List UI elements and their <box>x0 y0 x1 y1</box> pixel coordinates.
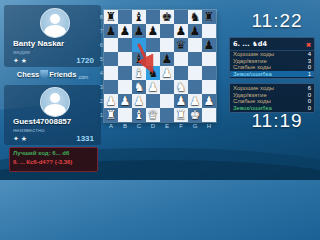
square-h1[interactable] <box>202 108 216 122</box>
logo-text-right: Friends <box>49 70 76 79</box>
last-move-header: 6. ... ♞d4 ✖ <box>230 39 314 51</box>
square-f2[interactable]: ♟ <box>174 94 188 108</box>
square-c1[interactable]: ♝ <box>132 108 146 122</box>
square-b7[interactable]: ♟ <box>118 24 132 38</box>
chessfriends-logo[interactable]: Chess Friends .com <box>4 68 101 81</box>
piece-black-knight[interactable]: ♞ <box>188 10 202 24</box>
square-g1[interactable]: ♚ <box>188 108 202 122</box>
best-move-panel: Лучший ход: 6... d6 6. ... Кc6-d4?? (-3.… <box>9 147 98 172</box>
piece-black-pawn[interactable]: ♟ <box>146 24 160 38</box>
piece-black-king[interactable]: ♚ <box>160 10 174 24</box>
square-d6[interactable] <box>146 38 160 52</box>
square-d3[interactable]: ♟ <box>146 80 160 94</box>
file-label: A <box>104 123 118 129</box>
square-a1[interactable]: ♜ <box>104 108 118 122</box>
player-rating-top: 1720 <box>76 56 94 65</box>
square-h8[interactable]: ♜ <box>202 10 216 24</box>
file-label: C <box>132 123 146 129</box>
square-b1[interactable] <box>118 108 132 122</box>
square-d1[interactable]: ♛ <box>146 108 160 122</box>
square-g3[interactable] <box>188 80 202 94</box>
piece-white-rook[interactable]: ♜ <box>174 108 188 122</box>
square-a4[interactable] <box>104 66 118 80</box>
square-d4[interactable]: ♞ <box>146 66 160 80</box>
square-e7[interactable] <box>160 24 174 38</box>
player-country-top: индия <box>13 49 30 55</box>
file-label: G <box>188 123 202 129</box>
clock-bottom: 11:19 <box>242 110 312 132</box>
piece-black-pawn[interactable]: ♟ <box>160 52 174 66</box>
square-h5[interactable] <box>202 52 216 66</box>
rank-label: 7 <box>96 24 103 38</box>
square-g2[interactable]: ♟ <box>188 94 202 108</box>
square-d7[interactable]: ♟ <box>146 24 160 38</box>
square-a8[interactable]: ♜ <box>104 10 118 24</box>
file-label: D <box>146 123 160 129</box>
rank-label: 1 <box>96 108 103 122</box>
stat-label: Зевок/ошибка <box>233 71 272 78</box>
square-c8[interactable]: ♝ <box>132 10 146 24</box>
player-name-bottom[interactable]: Guest47008857 <box>13 117 97 126</box>
piece-white-king[interactable]: ♚ <box>188 108 202 122</box>
piece-white-queen[interactable]: ♛ <box>146 108 160 122</box>
player-badges-bottom: ✦★ 1331 <box>13 134 94 143</box>
best-move-suggestion: Лучший ход: 6... d6 <box>13 150 94 156</box>
piece-white-pawn[interactable]: ♟ <box>118 94 132 108</box>
rank-labels: 87654321 <box>96 10 103 122</box>
piece-white-pawn[interactable]: ♟ <box>146 80 160 94</box>
avatar-silhouette-icon <box>44 25 66 38</box>
rank-label: 8 <box>96 10 103 24</box>
logo-text-left: Chess <box>17 70 40 79</box>
piece-black-rook[interactable]: ♜ <box>202 10 216 24</box>
piece-white-knight[interactable]: ♞ <box>174 80 188 94</box>
stat-row: Зевок/ошибка1 <box>230 71 314 78</box>
square-e1[interactable] <box>160 108 174 122</box>
square-h2[interactable]: ♟ <box>202 94 216 108</box>
square-d5[interactable] <box>146 52 160 66</box>
piece-white-pawn[interactable]: ♟ <box>104 94 118 108</box>
square-g6[interactable] <box>188 38 202 52</box>
square-f8[interactable] <box>174 10 188 24</box>
piece-black-pawn[interactable]: ♟ <box>202 38 216 52</box>
square-d8[interactable] <box>146 10 160 24</box>
move-stats-panel-bottom: Хорошие ходы6Удар/взятие0Слабые ходы0Зев… <box>229 83 315 113</box>
square-f1[interactable]: ♜ <box>174 108 188 122</box>
piece-white-bishop[interactable]: ♝ <box>132 66 146 80</box>
square-e3[interactable] <box>160 80 174 94</box>
square-b4[interactable] <box>118 66 132 80</box>
square-b3[interactable] <box>118 80 132 94</box>
square-e6[interactable] <box>160 38 174 52</box>
avatar[interactable] <box>40 87 70 117</box>
chess-board[interactable]: ♜♝♚♞♜♟♟♟♟♟♟♛♟♝♟♝♞♟♞♟♞♟♟♟♟♟♟♜♝♛♜♚ <box>104 10 216 122</box>
square-f4[interactable] <box>174 66 188 80</box>
piece-white-pawn[interactable]: ♟ <box>174 94 188 108</box>
square-b2[interactable]: ♟ <box>118 94 132 108</box>
square-b8[interactable] <box>118 10 132 24</box>
played-move-evaluation: 6. ... Кc6-d4?? (-3.36) <box>13 159 94 165</box>
player-rating-bottom: 1331 <box>76 134 94 143</box>
avatar-silhouette-icon <box>50 14 60 24</box>
player-badges-top: ✦★ 1720 <box>13 56 94 65</box>
move-stats-panel-top: 6. ... ♞d4 ✖ Хорошие ходы4Удар/взятие3Сл… <box>229 37 315 79</box>
clock-top: 11:22 <box>242 10 312 32</box>
square-f6[interactable]: ♛ <box>174 38 188 52</box>
square-h7[interactable] <box>202 24 216 38</box>
square-e4[interactable]: ♟ <box>160 66 174 80</box>
square-h3[interactable] <box>202 80 216 94</box>
player-card-top: Banty Naskar индия ✦★ 1720 <box>4 5 101 67</box>
square-c3[interactable]: ♞ <box>132 80 146 94</box>
avatar[interactable] <box>40 8 70 38</box>
file-label: E <box>160 123 174 129</box>
square-c2[interactable]: ♟ <box>132 94 146 108</box>
file-label: B <box>118 123 132 129</box>
piece-black-pawn[interactable]: ♟ <box>118 24 132 38</box>
player-card-bottom: Guest47008857 неизвестно ✦★ 1331 <box>4 85 101 145</box>
square-f5[interactable] <box>174 52 188 66</box>
last-move-label: 6. ... ♞d4 <box>233 40 267 48</box>
piece-white-pawn[interactable]: ♟ <box>188 94 202 108</box>
piece-black-bishop[interactable]: ♝ <box>132 10 146 24</box>
chessfriends-app: { "game": "chess", "position": { "fen": … <box>0 0 320 180</box>
piece-black-rook[interactable]: ♜ <box>104 10 118 24</box>
star-badge-icons: ✦★ <box>13 57 29 65</box>
piece-black-queen[interactable]: ♛ <box>174 38 188 52</box>
piece-white-knight[interactable]: ♞ <box>132 80 146 94</box>
square-e8[interactable]: ♚ <box>160 10 174 24</box>
player-country-bottom: неизвестно <box>13 127 45 133</box>
shield-icon <box>40 70 48 80</box>
piece-black-pawn[interactable]: ♟ <box>132 24 146 38</box>
stat-value: 0 <box>308 105 311 112</box>
rank-label: 6 <box>96 38 103 52</box>
square-g7[interactable]: ♟ <box>188 24 202 38</box>
piece-black-bishop[interactable]: ♝ <box>132 52 146 66</box>
stat-value: 1 <box>308 71 311 78</box>
square-a3[interactable] <box>104 80 118 94</box>
square-a5[interactable] <box>104 52 118 66</box>
logo-tld: .com <box>77 74 88 80</box>
rank-label: 5 <box>96 52 103 66</box>
piece-white-pawn[interactable]: ♟ <box>160 66 174 80</box>
player-name-top[interactable]: Banty Naskar <box>13 39 97 48</box>
blunder-indicator-icon: ✖ <box>306 41 311 48</box>
piece-white-pawn[interactable]: ♟ <box>202 94 216 108</box>
file-label: F <box>174 123 188 129</box>
square-b6[interactable] <box>118 38 132 52</box>
piece-black-pawn[interactable]: ♟ <box>174 24 188 38</box>
square-c6[interactable] <box>132 38 146 52</box>
square-c7[interactable]: ♟ <box>132 24 146 38</box>
rank-label: 4 <box>96 66 103 80</box>
rank-label: 2 <box>96 94 103 108</box>
square-h6[interactable]: ♟ <box>202 38 216 52</box>
square-g4[interactable] <box>188 66 202 80</box>
square-g5[interactable] <box>188 52 202 66</box>
stat-label: Зевок/ошибка <box>233 105 272 112</box>
square-d2[interactable] <box>146 94 160 108</box>
square-a7[interactable]: ♟ <box>104 24 118 38</box>
piece-white-pawn[interactable]: ♟ <box>132 94 146 108</box>
square-c4[interactable]: ♝ <box>132 66 146 80</box>
file-labels: ABCDEFGH <box>104 123 216 129</box>
piece-white-bishop[interactable]: ♝ <box>132 108 146 122</box>
piece-black-pawn[interactable]: ♟ <box>188 24 202 38</box>
square-f7[interactable]: ♟ <box>174 24 188 38</box>
avatar-silhouette-icon <box>44 104 66 117</box>
piece-black-knight[interactable]: ♞ <box>146 66 160 80</box>
square-a2[interactable]: ♟ <box>104 94 118 108</box>
rank-label: 3 <box>96 80 103 94</box>
star-badge-icons: ✦★ <box>13 135 29 143</box>
avatar-silhouette-icon <box>50 93 60 103</box>
square-f3[interactable]: ♞ <box>174 80 188 94</box>
square-b5[interactable] <box>118 52 132 66</box>
piece-white-rook[interactable]: ♜ <box>104 108 118 122</box>
square-e5[interactable]: ♟ <box>160 52 174 66</box>
file-label: H <box>202 123 216 129</box>
square-e2[interactable] <box>160 94 174 108</box>
square-a6[interactable] <box>104 38 118 52</box>
stat-row: Зевок/ошибка0 <box>230 105 314 112</box>
square-c5[interactable]: ♝ <box>132 52 146 66</box>
square-h4[interactable] <box>202 66 216 80</box>
piece-black-pawn[interactable]: ♟ <box>104 24 118 38</box>
square-g8[interactable]: ♞ <box>188 10 202 24</box>
